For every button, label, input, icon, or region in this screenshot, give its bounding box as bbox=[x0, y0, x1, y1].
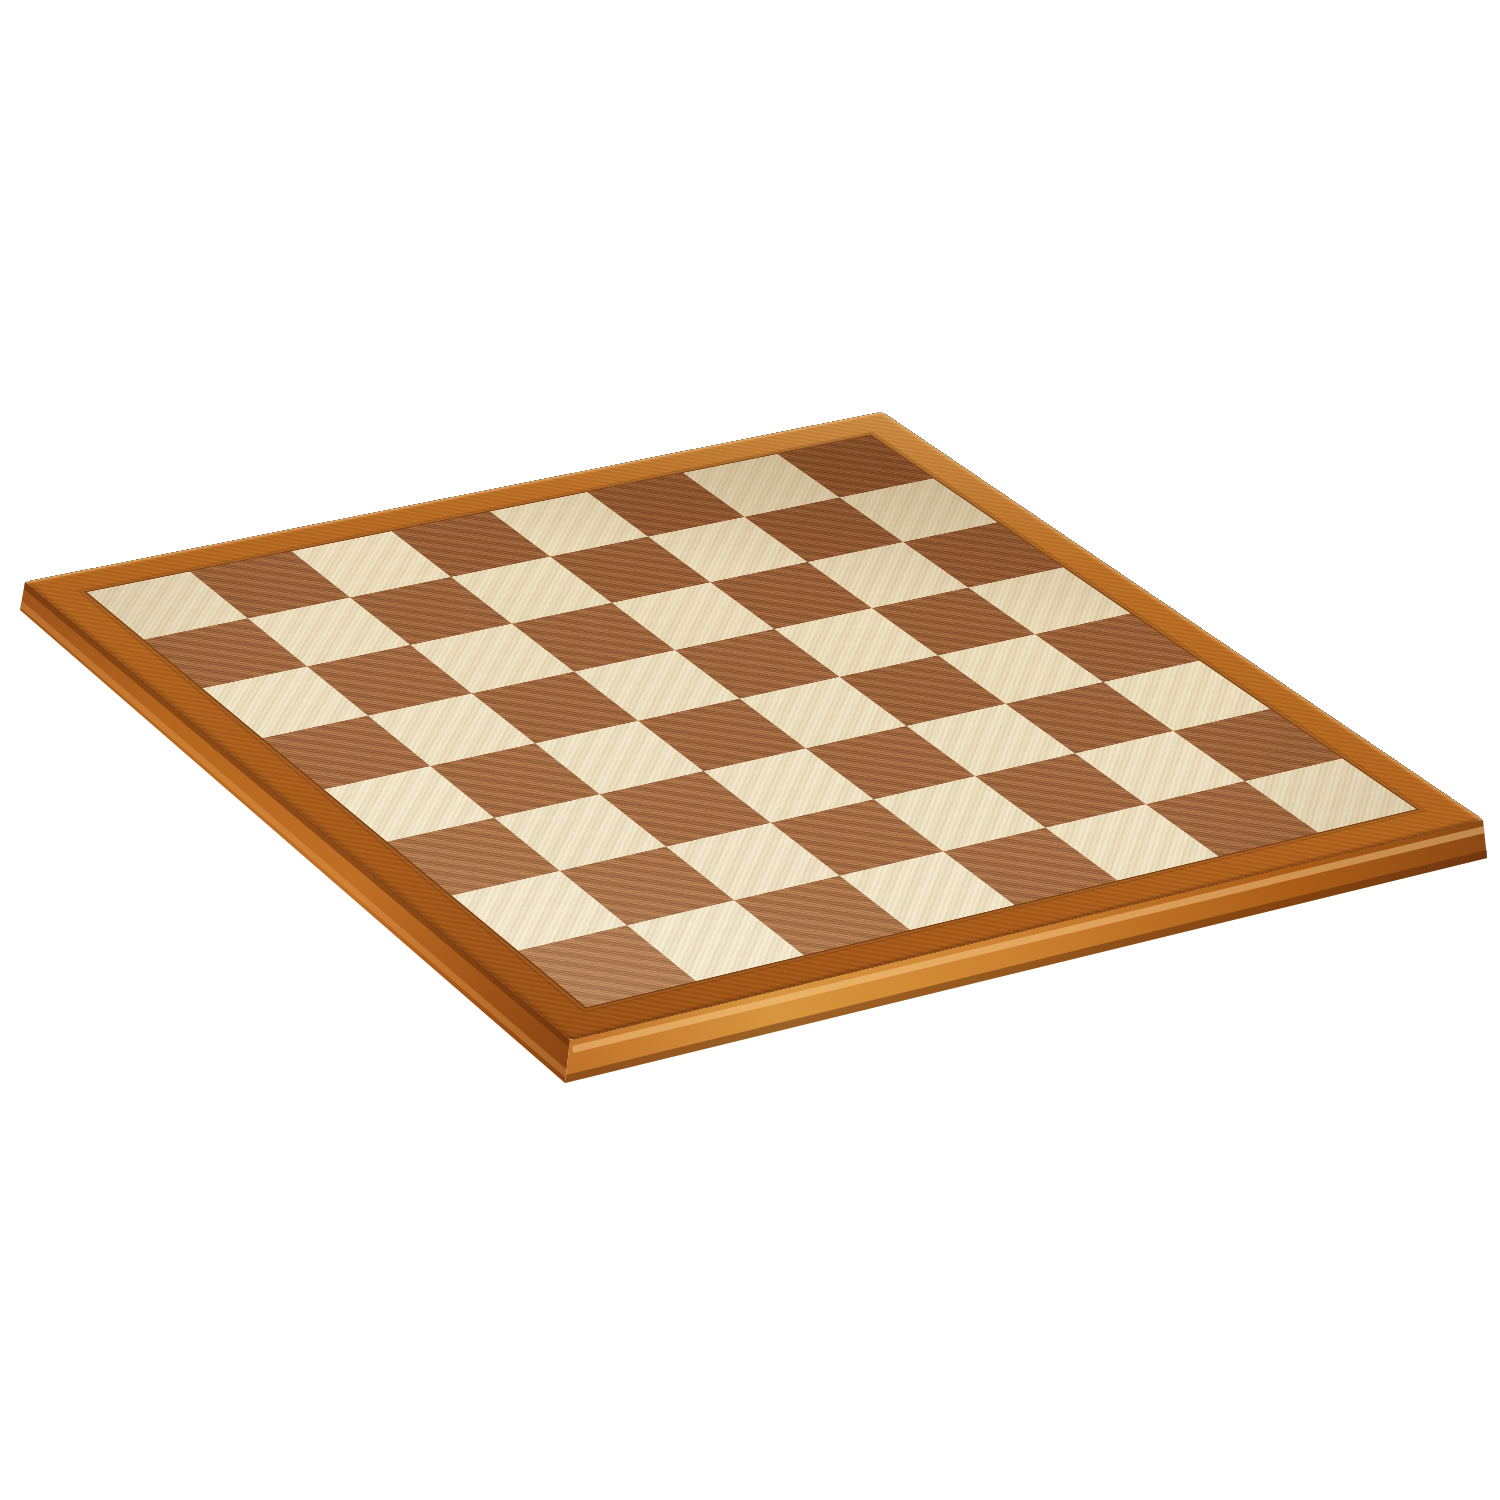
chess-board-grid bbox=[87, 435, 1417, 1007]
product-photo bbox=[0, 0, 1500, 1500]
chess-board-3d bbox=[25, 412, 1483, 1040]
board-frame bbox=[25, 412, 1483, 1040]
